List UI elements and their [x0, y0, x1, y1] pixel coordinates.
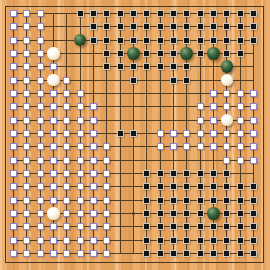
black-territory-marker[interactable]: [183, 63, 190, 70]
white-territory-marker[interactable]: [50, 237, 57, 244]
white-territory-marker[interactable]: [77, 223, 84, 230]
white-territory-marker[interactable]: [250, 90, 257, 97]
white-territory-marker[interactable]: [237, 103, 244, 110]
black-territory-marker[interactable]: [157, 23, 164, 30]
white-territory-marker[interactable]: [23, 117, 30, 124]
white-territory-marker[interactable]: [37, 250, 44, 257]
white-territory-marker[interactable]: [63, 157, 70, 164]
black-territory-marker[interactable]: [223, 170, 230, 177]
white-territory-marker[interactable]: [23, 223, 30, 230]
black-territory-marker[interactable]: [170, 210, 177, 217]
black-territory-marker[interactable]: [183, 250, 190, 257]
black-territory-marker[interactable]: [197, 37, 204, 44]
white-territory-marker[interactable]: [77, 103, 84, 110]
white-territory-marker[interactable]: [77, 143, 84, 150]
black-stone[interactable]: [74, 34, 87, 47]
white-territory-marker[interactable]: [37, 50, 44, 57]
black-territory-marker[interactable]: [197, 197, 204, 204]
white-territory-marker[interactable]: [237, 143, 244, 150]
black-territory-marker[interactable]: [143, 237, 150, 244]
white-territory-marker[interactable]: [37, 23, 44, 30]
white-territory-marker[interactable]: [10, 197, 17, 204]
black-territory-marker[interactable]: [170, 237, 177, 244]
white-territory-marker[interactable]: [197, 143, 204, 150]
white-territory-marker[interactable]: [210, 130, 217, 137]
black-territory-marker[interactable]: [130, 130, 137, 137]
white-territory-marker[interactable]: [90, 170, 97, 177]
black-territory-marker[interactable]: [223, 223, 230, 230]
black-territory-marker[interactable]: [237, 223, 244, 230]
black-territory-marker[interactable]: [143, 250, 150, 257]
white-territory-marker[interactable]: [250, 117, 257, 124]
black-stone[interactable]: [180, 47, 193, 60]
black-stone[interactable]: [127, 47, 140, 60]
black-territory-marker[interactable]: [183, 210, 190, 217]
white-territory-marker[interactable]: [197, 103, 204, 110]
white-territory-marker[interactable]: [223, 90, 230, 97]
white-territory-marker[interactable]: [50, 90, 57, 97]
black-territory-marker[interactable]: [157, 223, 164, 230]
black-territory-marker[interactable]: [250, 210, 257, 217]
white-territory-marker[interactable]: [23, 237, 30, 244]
white-territory-marker[interactable]: [103, 210, 110, 217]
black-territory-marker[interactable]: [157, 197, 164, 204]
white-territory-marker[interactable]: [183, 130, 190, 137]
black-territory-marker[interactable]: [103, 37, 110, 44]
black-territory-marker[interactable]: [183, 23, 190, 30]
black-territory-marker[interactable]: [170, 223, 177, 230]
white-territory-marker[interactable]: [23, 77, 30, 84]
white-territory-marker[interactable]: [23, 157, 30, 164]
white-territory-marker[interactable]: [10, 143, 17, 150]
white-territory-marker[interactable]: [90, 143, 97, 150]
black-territory-marker[interactable]: [130, 23, 137, 30]
black-territory-marker[interactable]: [103, 50, 110, 57]
white-territory-marker[interactable]: [77, 170, 84, 177]
white-territory-marker[interactable]: [10, 63, 17, 70]
white-territory-marker[interactable]: [10, 250, 17, 257]
black-territory-marker[interactable]: [143, 23, 150, 30]
white-territory-marker[interactable]: [90, 250, 97, 257]
white-territory-marker[interactable]: [50, 157, 57, 164]
black-territory-marker[interactable]: [130, 77, 137, 84]
white-territory-marker[interactable]: [63, 197, 70, 204]
black-territory-marker[interactable]: [183, 183, 190, 190]
white-territory-marker[interactable]: [63, 210, 70, 217]
white-territory-marker[interactable]: [103, 170, 110, 177]
black-territory-marker[interactable]: [210, 250, 217, 257]
white-territory-marker[interactable]: [23, 143, 30, 150]
black-territory-marker[interactable]: [170, 170, 177, 177]
black-territory-marker[interactable]: [223, 10, 230, 17]
black-territory-marker[interactable]: [170, 37, 177, 44]
black-territory-marker[interactable]: [130, 37, 137, 44]
white-territory-marker[interactable]: [90, 237, 97, 244]
black-territory-marker[interactable]: [157, 50, 164, 57]
black-territory-marker[interactable]: [197, 223, 204, 230]
white-territory-marker[interactable]: [23, 63, 30, 70]
white-territory-marker[interactable]: [63, 77, 70, 84]
black-territory-marker[interactable]: [237, 197, 244, 204]
white-territory-marker[interactable]: [237, 117, 244, 124]
white-territory-marker[interactable]: [63, 183, 70, 190]
black-territory-marker[interactable]: [170, 63, 177, 70]
white-territory-marker[interactable]: [50, 130, 57, 137]
white-stone[interactable]: [47, 47, 60, 60]
white-territory-marker[interactable]: [103, 250, 110, 257]
white-territory-marker[interactable]: [63, 103, 70, 110]
white-territory-marker[interactable]: [63, 143, 70, 150]
white-territory-marker[interactable]: [197, 130, 204, 137]
white-territory-marker[interactable]: [23, 90, 30, 97]
black-territory-marker[interactable]: [143, 210, 150, 217]
white-territory-marker[interactable]: [210, 117, 217, 124]
white-territory-marker[interactable]: [23, 183, 30, 190]
white-territory-marker[interactable]: [10, 90, 17, 97]
white-territory-marker[interactable]: [250, 103, 257, 110]
white-territory-marker[interactable]: [103, 237, 110, 244]
black-territory-marker[interactable]: [210, 23, 217, 30]
white-territory-marker[interactable]: [23, 170, 30, 177]
black-territory-marker[interactable]: [197, 50, 204, 57]
black-territory-marker[interactable]: [210, 37, 217, 44]
white-territory-marker[interactable]: [10, 170, 17, 177]
black-territory-marker[interactable]: [197, 10, 204, 17]
black-territory-marker[interactable]: [103, 23, 110, 30]
white-territory-marker[interactable]: [23, 250, 30, 257]
white-territory-marker[interactable]: [37, 223, 44, 230]
black-territory-marker[interactable]: [237, 237, 244, 244]
white-territory-marker[interactable]: [63, 250, 70, 257]
black-territory-marker[interactable]: [130, 63, 137, 70]
white-territory-marker[interactable]: [10, 23, 17, 30]
white-territory-marker[interactable]: [10, 117, 17, 124]
black-territory-marker[interactable]: [197, 170, 204, 177]
black-territory-marker[interactable]: [237, 10, 244, 17]
white-territory-marker[interactable]: [10, 237, 17, 244]
white-territory-marker[interactable]: [23, 50, 30, 57]
black-territory-marker[interactable]: [237, 250, 244, 257]
white-territory-marker[interactable]: [170, 143, 177, 150]
black-territory-marker[interactable]: [223, 250, 230, 257]
white-territory-marker[interactable]: [77, 237, 84, 244]
white-territory-marker[interactable]: [23, 197, 30, 204]
black-territory-marker[interactable]: [237, 210, 244, 217]
white-territory-marker[interactable]: [10, 130, 17, 137]
star-point: [132, 212, 135, 215]
black-territory-marker[interactable]: [210, 10, 217, 17]
white-territory-marker[interactable]: [37, 103, 44, 110]
white-territory-marker[interactable]: [170, 130, 177, 137]
white-territory-marker[interactable]: [103, 143, 110, 150]
black-territory-marker[interactable]: [117, 50, 124, 57]
white-territory-marker[interactable]: [223, 103, 230, 110]
white-territory-marker[interactable]: [250, 130, 257, 137]
black-territory-marker[interactable]: [237, 183, 244, 190]
white-territory-marker[interactable]: [63, 223, 70, 230]
black-territory-marker[interactable]: [170, 183, 177, 190]
black-territory-marker[interactable]: [117, 10, 124, 17]
white-territory-marker[interactable]: [37, 210, 44, 217]
white-territory-marker[interactable]: [237, 130, 244, 137]
black-territory-marker[interactable]: [157, 10, 164, 17]
black-stone[interactable]: [207, 47, 220, 60]
white-territory-marker[interactable]: [237, 90, 244, 97]
white-territory-marker[interactable]: [157, 130, 164, 137]
white-territory-marker[interactable]: [77, 250, 84, 257]
white-stone[interactable]: [221, 74, 234, 87]
white-territory-marker[interactable]: [10, 183, 17, 190]
white-territory-marker[interactable]: [63, 117, 70, 124]
white-territory-marker[interactable]: [10, 103, 17, 110]
black-territory-marker[interactable]: [197, 23, 204, 30]
white-territory-marker[interactable]: [103, 197, 110, 204]
white-territory-marker[interactable]: [77, 197, 84, 204]
white-territory-marker[interactable]: [50, 223, 57, 230]
black-territory-marker[interactable]: [223, 210, 230, 217]
black-territory-marker[interactable]: [157, 183, 164, 190]
black-territory-marker[interactable]: [210, 170, 217, 177]
white-territory-marker[interactable]: [90, 157, 97, 164]
white-territory-marker[interactable]: [63, 170, 70, 177]
white-territory-marker[interactable]: [237, 157, 244, 164]
black-territory-marker[interactable]: [210, 237, 217, 244]
white-territory-marker[interactable]: [50, 183, 57, 190]
black-territory-marker[interactable]: [183, 223, 190, 230]
black-territory-marker[interactable]: [143, 37, 150, 44]
black-territory-marker[interactable]: [170, 50, 177, 57]
black-territory-marker[interactable]: [170, 250, 177, 257]
black-territory-marker[interactable]: [223, 37, 230, 44]
black-territory-marker[interactable]: [237, 50, 244, 57]
white-territory-marker[interactable]: [10, 50, 17, 57]
black-territory-marker[interactable]: [250, 250, 257, 257]
white-territory-marker[interactable]: [103, 157, 110, 164]
white-territory-marker[interactable]: [77, 210, 84, 217]
white-territory-marker[interactable]: [37, 157, 44, 164]
black-territory-marker[interactable]: [197, 237, 204, 244]
white-territory-marker[interactable]: [50, 170, 57, 177]
black-territory-marker[interactable]: [237, 37, 244, 44]
black-territory-marker[interactable]: [157, 250, 164, 257]
white-territory-marker[interactable]: [77, 157, 84, 164]
white-territory-marker[interactable]: [157, 143, 164, 150]
black-territory-marker[interactable]: [117, 23, 124, 30]
white-territory-marker[interactable]: [103, 223, 110, 230]
black-territory-marker[interactable]: [157, 237, 164, 244]
black-territory-marker[interactable]: [250, 223, 257, 230]
black-territory-marker[interactable]: [170, 23, 177, 30]
white-territory-marker[interactable]: [90, 117, 97, 124]
black-territory-marker[interactable]: [250, 37, 257, 44]
black-territory-marker[interactable]: [117, 63, 124, 70]
white-territory-marker[interactable]: [37, 117, 44, 124]
white-territory-marker[interactable]: [90, 223, 97, 230]
white-territory-marker[interactable]: [37, 37, 44, 44]
white-territory-marker[interactable]: [50, 117, 57, 124]
white-territory-marker[interactable]: [10, 210, 17, 217]
black-territory-marker[interactable]: [170, 77, 177, 84]
white-territory-marker[interactable]: [37, 90, 44, 97]
white-territory-marker[interactable]: [37, 143, 44, 150]
black-territory-marker[interactable]: [223, 237, 230, 244]
white-territory-marker[interactable]: [37, 77, 44, 84]
black-territory-marker[interactable]: [117, 37, 124, 44]
black-territory-marker[interactable]: [223, 183, 230, 190]
black-territory-marker[interactable]: [210, 223, 217, 230]
white-territory-marker[interactable]: [77, 183, 84, 190]
white-territory-marker[interactable]: [77, 90, 84, 97]
black-territory-marker[interactable]: [250, 197, 257, 204]
white-territory-marker[interactable]: [10, 10, 17, 17]
black-territory-marker[interactable]: [143, 63, 150, 70]
black-territory-marker[interactable]: [183, 197, 190, 204]
white-territory-marker[interactable]: [250, 157, 257, 164]
black-stone[interactable]: [207, 207, 220, 220]
white-territory-marker[interactable]: [90, 103, 97, 110]
black-territory-marker[interactable]: [223, 23, 230, 30]
white-territory-marker[interactable]: [37, 10, 44, 17]
white-territory-marker[interactable]: [23, 10, 30, 17]
white-stone[interactable]: [221, 114, 234, 127]
white-territory-marker[interactable]: [10, 37, 17, 44]
white-territory-marker[interactable]: [37, 183, 44, 190]
white-territory-marker[interactable]: [63, 237, 70, 244]
black-territory-marker[interactable]: [143, 197, 150, 204]
white-stone[interactable]: [47, 74, 60, 87]
white-stone[interactable]: [47, 207, 60, 220]
white-territory-marker[interactable]: [50, 63, 57, 70]
white-territory-marker[interactable]: [197, 117, 204, 124]
black-territory-marker[interactable]: [157, 37, 164, 44]
black-territory-marker[interactable]: [143, 170, 150, 177]
black-territory-marker[interactable]: [183, 170, 190, 177]
black-stone[interactable]: [221, 60, 234, 73]
black-territory-marker[interactable]: [170, 10, 177, 17]
white-territory-marker[interactable]: [77, 117, 84, 124]
white-territory-marker[interactable]: [10, 157, 17, 164]
white-territory-marker[interactable]: [10, 77, 17, 84]
white-territory-marker[interactable]: [50, 103, 57, 110]
black-territory-marker[interactable]: [223, 50, 230, 57]
white-territory-marker[interactable]: [37, 170, 44, 177]
white-territory-marker[interactable]: [210, 143, 217, 150]
white-territory-marker[interactable]: [223, 157, 230, 164]
white-territory-marker[interactable]: [23, 37, 30, 44]
white-territory-marker[interactable]: [250, 143, 257, 150]
white-territory-marker[interactable]: [23, 23, 30, 30]
black-territory-marker[interactable]: [250, 183, 257, 190]
black-territory-marker[interactable]: [130, 10, 137, 17]
black-territory-marker[interactable]: [90, 23, 97, 30]
white-territory-marker[interactable]: [210, 103, 217, 110]
black-territory-marker[interactable]: [250, 10, 257, 17]
white-territory-marker[interactable]: [10, 223, 17, 230]
black-territory-marker[interactable]: [103, 63, 110, 70]
black-territory-marker[interactable]: [157, 63, 164, 70]
black-territory-marker[interactable]: [77, 10, 84, 17]
white-territory-marker[interactable]: [23, 103, 30, 110]
white-territory-marker[interactable]: [90, 130, 97, 137]
black-territory-marker[interactable]: [103, 10, 110, 17]
white-territory-marker[interactable]: [77, 130, 84, 137]
white-territory-marker[interactable]: [23, 130, 30, 137]
white-territory-marker[interactable]: [23, 210, 30, 217]
black-territory-marker[interactable]: [143, 183, 150, 190]
goban[interactable]: [0, 0, 270, 270]
white-territory-marker[interactable]: [37, 197, 44, 204]
white-territory-marker[interactable]: [90, 197, 97, 204]
black-territory-marker[interactable]: [157, 170, 164, 177]
white-territory-marker[interactable]: [63, 130, 70, 137]
black-territory-marker[interactable]: [223, 197, 230, 204]
black-territory-marker[interactable]: [237, 23, 244, 30]
black-territory-marker[interactable]: [90, 37, 97, 44]
black-territory-marker[interactable]: [90, 10, 97, 17]
black-territory-marker[interactable]: [197, 183, 204, 190]
black-territory-marker[interactable]: [143, 50, 150, 57]
black-territory-marker[interactable]: [170, 197, 177, 204]
white-territory-marker[interactable]: [223, 143, 230, 150]
white-territory-marker[interactable]: [37, 237, 44, 244]
white-territory-marker[interactable]: [223, 130, 230, 137]
white-territory-marker[interactable]: [103, 183, 110, 190]
white-territory-marker[interactable]: [63, 90, 70, 97]
black-territory-marker[interactable]: [143, 10, 150, 17]
black-territory-marker[interactable]: [183, 237, 190, 244]
black-territory-marker[interactable]: [197, 250, 204, 257]
black-territory-marker[interactable]: [250, 237, 257, 244]
black-territory-marker[interactable]: [183, 77, 190, 84]
white-territory-marker[interactable]: [50, 250, 57, 257]
white-territory-marker[interactable]: [210, 90, 217, 97]
white-territory-marker[interactable]: [90, 183, 97, 190]
white-territory-marker[interactable]: [37, 63, 44, 70]
white-territory-marker[interactable]: [37, 130, 44, 137]
black-territory-marker[interactable]: [117, 130, 124, 137]
black-territory-marker[interactable]: [157, 210, 164, 217]
black-territory-marker[interactable]: [143, 223, 150, 230]
white-territory-marker[interactable]: [90, 210, 97, 217]
white-territory-marker[interactable]: [183, 143, 190, 150]
black-territory-marker[interactable]: [183, 37, 190, 44]
black-territory-marker[interactable]: [197, 210, 204, 217]
black-territory-marker[interactable]: [210, 197, 217, 204]
white-territory-marker[interactable]: [50, 143, 57, 150]
white-territory-marker[interactable]: [50, 197, 57, 204]
black-territory-marker[interactable]: [183, 10, 190, 17]
black-territory-marker[interactable]: [210, 183, 217, 190]
black-territory-marker[interactable]: [250, 23, 257, 30]
